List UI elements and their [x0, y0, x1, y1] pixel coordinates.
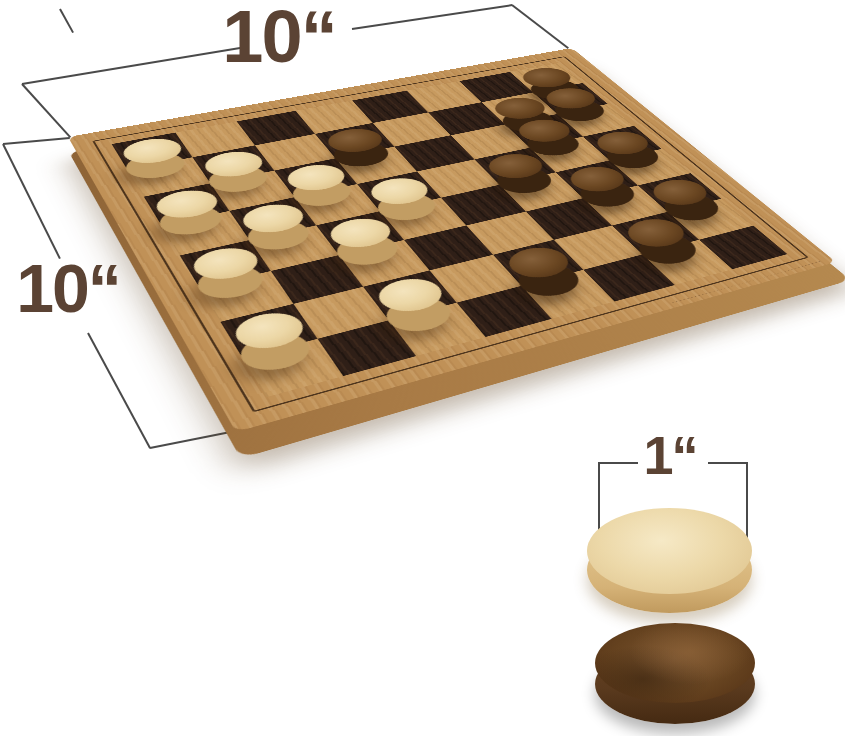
dimension-tick	[150, 431, 231, 449]
dimension-tick	[21, 83, 71, 138]
dimension-tick	[3, 137, 70, 145]
detail-light-checker-face	[587, 508, 752, 594]
dimension-line-top	[352, 4, 513, 30]
dimension-line-left	[87, 333, 151, 449]
dimension-line-left	[2, 144, 61, 260]
piece-diameter-label: 1“	[622, 428, 718, 482]
checkers-board: ⛀⛂⛀⛂⛂⛂⛀⛀⛂⛀⛀⛂⛂⛀⛀⛂⛂⛀⛀⛂⛂ ··················…	[68, 48, 836, 432]
board-depth-label: 10“	[12, 254, 124, 322]
detail-dark-checker-face	[595, 623, 755, 703]
checkers-product-photo: 10“ 10“ ⛀⛂⛀⛂⛂⛂⛀⛀⛂⛀⛀⛂⛂⛀⛀⛂⛂⛀⛀⛂⛂ ··········…	[0, 0, 845, 736]
dimension-line-top	[22, 47, 240, 85]
detail-light-checker	[587, 508, 752, 594]
board-width-label: 10“	[217, 0, 341, 74]
detail-dark-checker	[595, 623, 755, 703]
dimension-tick	[511, 4, 569, 49]
dimension-tick	[59, 9, 74, 34]
